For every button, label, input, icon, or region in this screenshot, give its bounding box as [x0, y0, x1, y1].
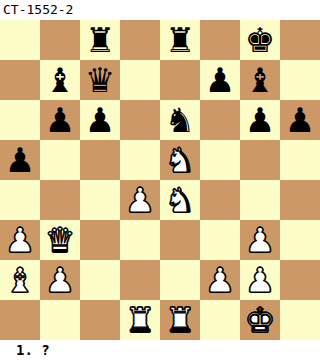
square-h6[interactable]: ♟ — [280, 100, 320, 140]
square-e4[interactable]: ♞ — [160, 180, 200, 220]
black-pawn-piece[interactable]: ♟ — [40, 100, 80, 140]
square-h1[interactable] — [280, 300, 320, 340]
square-h2[interactable] — [280, 260, 320, 300]
square-e2[interactable] — [160, 260, 200, 300]
square-c5[interactable] — [80, 140, 120, 180]
square-f3[interactable] — [200, 220, 240, 260]
square-a7[interactable] — [0, 60, 40, 100]
white-knight-piece[interactable]: ♞ — [160, 140, 200, 180]
square-f6[interactable] — [200, 100, 240, 140]
square-f5[interactable] — [200, 140, 240, 180]
white-queen-piece[interactable]: ♛ — [40, 220, 80, 260]
square-f8[interactable] — [200, 20, 240, 60]
square-c1[interactable] — [80, 300, 120, 340]
square-b1[interactable] — [40, 300, 80, 340]
black-queen-piece[interactable]: ♛ — [80, 60, 120, 100]
square-f4[interactable] — [200, 180, 240, 220]
square-g6[interactable]: ♟ — [240, 100, 280, 140]
square-d6[interactable] — [120, 100, 160, 140]
square-d7[interactable] — [120, 60, 160, 100]
white-king-piece[interactable]: ♚ — [240, 300, 280, 340]
square-a3[interactable]: ♟ — [0, 220, 40, 260]
square-a5[interactable]: ♟ — [0, 140, 40, 180]
chess-puzzle-page: CT-1552-2 ♜♜♚♝♛♟♝♟♟♞♟♟♟♞♟♞♟♛♟♝♟♟♟♜♜♚ 1. … — [0, 0, 320, 360]
square-h7[interactable] — [280, 60, 320, 100]
square-d3[interactable] — [120, 220, 160, 260]
square-d5[interactable] — [120, 140, 160, 180]
square-c2[interactable] — [80, 260, 120, 300]
square-c3[interactable] — [80, 220, 120, 260]
square-d4[interactable]: ♟ — [120, 180, 160, 220]
square-c8[interactable]: ♜ — [80, 20, 120, 60]
square-h8[interactable] — [280, 20, 320, 60]
black-bishop-piece[interactable]: ♝ — [240, 60, 280, 100]
black-king-piece[interactable]: ♚ — [240, 20, 280, 60]
chess-board[interactable]: ♜♜♚♝♛♟♝♟♟♞♟♟♟♞♟♞♟♛♟♝♟♟♟♜♜♚ — [0, 20, 320, 340]
white-pawn-piece[interactable]: ♟ — [240, 220, 280, 260]
black-pawn-piece[interactable]: ♟ — [0, 140, 40, 180]
black-rook-piece[interactable]: ♜ — [160, 20, 200, 60]
square-a4[interactable] — [0, 180, 40, 220]
square-a1[interactable] — [0, 300, 40, 340]
white-pawn-piece[interactable]: ♟ — [240, 260, 280, 300]
black-pawn-piece[interactable]: ♟ — [240, 100, 280, 140]
black-pawn-piece[interactable]: ♟ — [200, 60, 240, 100]
white-knight-piece[interactable]: ♞ — [160, 180, 200, 220]
black-bishop-piece[interactable]: ♝ — [40, 60, 80, 100]
square-e8[interactable]: ♜ — [160, 20, 200, 60]
square-e1[interactable]: ♜ — [160, 300, 200, 340]
square-g2[interactable]: ♟ — [240, 260, 280, 300]
square-b8[interactable] — [40, 20, 80, 60]
square-f1[interactable] — [200, 300, 240, 340]
square-e7[interactable] — [160, 60, 200, 100]
square-d1[interactable]: ♜ — [120, 300, 160, 340]
square-a8[interactable] — [0, 20, 40, 60]
move-prompt: 1. ? — [0, 340, 320, 360]
square-b6[interactable]: ♟ — [40, 100, 80, 140]
square-g8[interactable]: ♚ — [240, 20, 280, 60]
white-pawn-piece[interactable]: ♟ — [200, 260, 240, 300]
black-rook-piece[interactable]: ♜ — [80, 20, 120, 60]
black-pawn-piece[interactable]: ♟ — [80, 100, 120, 140]
white-pawn-piece[interactable]: ♟ — [120, 180, 160, 220]
square-e6[interactable]: ♞ — [160, 100, 200, 140]
square-b3[interactable]: ♛ — [40, 220, 80, 260]
square-g7[interactable]: ♝ — [240, 60, 280, 100]
white-bishop-piece[interactable]: ♝ — [0, 260, 40, 300]
puzzle-id: CT-1552-2 — [0, 0, 320, 20]
square-b7[interactable]: ♝ — [40, 60, 80, 100]
black-pawn-piece[interactable]: ♟ — [280, 100, 320, 140]
white-rook-piece[interactable]: ♜ — [120, 300, 160, 340]
square-h4[interactable] — [280, 180, 320, 220]
white-pawn-piece[interactable]: ♟ — [0, 220, 40, 260]
square-h3[interactable] — [280, 220, 320, 260]
white-rook-piece[interactable]: ♜ — [160, 300, 200, 340]
square-g4[interactable] — [240, 180, 280, 220]
square-f2[interactable]: ♟ — [200, 260, 240, 300]
black-knight-piece[interactable]: ♞ — [160, 100, 200, 140]
square-c4[interactable] — [80, 180, 120, 220]
square-h5[interactable] — [280, 140, 320, 180]
square-b2[interactable]: ♟ — [40, 260, 80, 300]
square-d8[interactable] — [120, 20, 160, 60]
square-g5[interactable] — [240, 140, 280, 180]
square-b5[interactable] — [40, 140, 80, 180]
square-g3[interactable]: ♟ — [240, 220, 280, 260]
white-pawn-piece[interactable]: ♟ — [40, 260, 80, 300]
square-e5[interactable]: ♞ — [160, 140, 200, 180]
square-e3[interactable] — [160, 220, 200, 260]
square-b4[interactable] — [40, 180, 80, 220]
square-c6[interactable]: ♟ — [80, 100, 120, 140]
square-a6[interactable] — [0, 100, 40, 140]
square-a2[interactable]: ♝ — [0, 260, 40, 300]
square-c7[interactable]: ♛ — [80, 60, 120, 100]
square-d2[interactable] — [120, 260, 160, 300]
square-g1[interactable]: ♚ — [240, 300, 280, 340]
square-f7[interactable]: ♟ — [200, 60, 240, 100]
